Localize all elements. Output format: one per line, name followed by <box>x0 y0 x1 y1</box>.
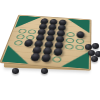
hole-ring[interactable] <box>18 29 27 34</box>
captured-piece[interactable] <box>91 56 98 62</box>
hole-ring[interactable] <box>76 45 84 50</box>
cell-r7c6 <box>62 56 74 64</box>
hole-ring[interactable] <box>52 56 61 62</box>
captured-piece[interactable] <box>12 68 19 74</box>
hole-ring[interactable] <box>14 40 23 45</box>
hole-ring[interactable] <box>76 39 84 44</box>
scene <box>0 0 100 100</box>
hole-grid <box>7 18 86 66</box>
captured-piece[interactable] <box>41 68 48 74</box>
hole-ring[interactable] <box>28 29 36 34</box>
cell-r7c7 <box>73 57 85 65</box>
captured-piece[interactable] <box>92 43 99 49</box>
hole-ring[interactable] <box>66 38 74 43</box>
black-piece[interactable] <box>53 47 63 56</box>
hole-ring[interactable] <box>67 32 75 37</box>
hole-ring[interactable] <box>16 34 25 39</box>
hole-ring[interactable] <box>65 44 73 49</box>
solitaire-board-face <box>0 15 91 71</box>
board-tilt-wrapper <box>0 15 91 71</box>
